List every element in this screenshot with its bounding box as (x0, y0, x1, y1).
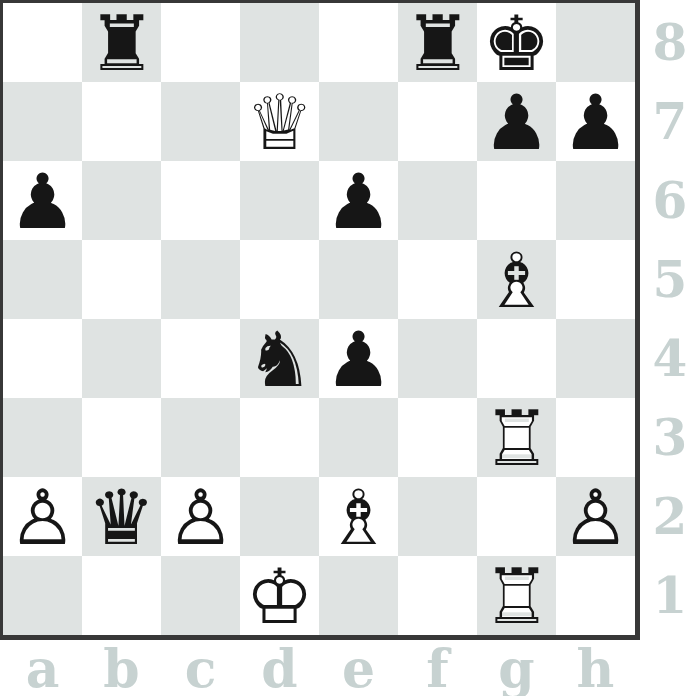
rank-label-4: 4 (640, 319, 700, 398)
square-b5 (82, 240, 161, 319)
square-f4 (398, 319, 477, 398)
square-d5 (240, 240, 319, 319)
square-a7 (3, 82, 82, 161)
square-g6 (477, 161, 556, 240)
square-h2: ♟♙ (556, 477, 635, 556)
white-rook-g1: ♜♖ (477, 557, 556, 635)
square-c4 (161, 319, 240, 398)
square-c5 (161, 240, 240, 319)
square-c6 (161, 161, 240, 240)
square-d6 (240, 161, 319, 240)
white-bishop-e2: ♝♗ (319, 478, 398, 556)
chess-board: ♜♜♚♛♕♟♟♟♟♝♗♞♟♜♖♟♙♛♟♙♝♗♟♙♚♔♜♖ (0, 0, 640, 640)
square-e8 (319, 3, 398, 82)
rank-label-2: 2 (640, 477, 700, 556)
black-pawn-e6: ♟ (319, 162, 398, 240)
square-d7: ♛♕ (240, 82, 319, 161)
rank-label-7: 7 (640, 82, 700, 161)
square-f6 (398, 161, 477, 240)
square-f8: ♜ (398, 3, 477, 82)
square-a1 (3, 556, 82, 635)
square-b4 (82, 319, 161, 398)
square-e4: ♟ (319, 319, 398, 398)
square-b1 (82, 556, 161, 635)
square-b7 (82, 82, 161, 161)
square-a5 (3, 240, 82, 319)
square-a8 (3, 3, 82, 82)
square-b8: ♜ (82, 3, 161, 82)
white-rook-g3: ♜♖ (477, 399, 556, 477)
black-pawn-a6: ♟ (3, 162, 82, 240)
square-g3: ♜♖ (477, 398, 556, 477)
square-e6: ♟ (319, 161, 398, 240)
square-c3 (161, 398, 240, 477)
white-pawn-c2: ♟♙ (161, 478, 240, 556)
square-e7 (319, 82, 398, 161)
rank-label-5: 5 (640, 240, 700, 319)
square-g5: ♝♗ (477, 240, 556, 319)
square-h1 (556, 556, 635, 635)
square-h5 (556, 240, 635, 319)
file-label-e: e (319, 640, 398, 696)
square-g4 (477, 319, 556, 398)
rank-label-6: 6 (640, 161, 700, 240)
square-h8 (556, 3, 635, 82)
black-queen-b2: ♛ (82, 478, 161, 556)
file-label-g: g (477, 640, 556, 696)
square-c8 (161, 3, 240, 82)
file-label-c: c (161, 640, 240, 696)
square-d3 (240, 398, 319, 477)
square-a3 (3, 398, 82, 477)
white-pawn-h2: ♟♙ (556, 478, 635, 556)
square-e5 (319, 240, 398, 319)
black-pawn-g7: ♟ (477, 83, 556, 161)
square-g7: ♟ (477, 82, 556, 161)
square-c2: ♟♙ (161, 477, 240, 556)
chess-diagram: ♜♜♚♛♕♟♟♟♟♝♗♞♟♜♖♟♙♛♟♙♝♗♟♙♚♔♜♖ 87654321 ab… (0, 0, 700, 696)
square-b6 (82, 161, 161, 240)
file-label-b: b (82, 640, 161, 696)
black-pawn-e4: ♟ (319, 320, 398, 398)
white-bishop-g5: ♝♗ (477, 241, 556, 319)
square-a4 (3, 319, 82, 398)
square-g8: ♚ (477, 3, 556, 82)
square-f1 (398, 556, 477, 635)
square-e3 (319, 398, 398, 477)
square-f3 (398, 398, 477, 477)
white-king-d1: ♚♔ (240, 557, 319, 635)
black-rook-f8: ♜ (398, 4, 477, 82)
square-e1 (319, 556, 398, 635)
file-label-h: h (556, 640, 635, 696)
file-label-a: a (3, 640, 82, 696)
rank-label-1: 1 (640, 556, 700, 635)
square-c7 (161, 82, 240, 161)
square-a2: ♟♙ (3, 477, 82, 556)
square-d2 (240, 477, 319, 556)
black-knight-d4: ♞ (240, 320, 319, 398)
square-d4: ♞ (240, 319, 319, 398)
file-label-d: d (240, 640, 319, 696)
rank-label-3: 3 (640, 398, 700, 477)
square-g1: ♜♖ (477, 556, 556, 635)
square-c1 (161, 556, 240, 635)
square-h4 (556, 319, 635, 398)
black-king-g8: ♚ (477, 4, 556, 82)
square-e2: ♝♗ (319, 477, 398, 556)
square-h3 (556, 398, 635, 477)
black-pawn-h7: ♟ (556, 83, 635, 161)
black-rook-b8: ♜ (82, 4, 161, 82)
square-a6: ♟ (3, 161, 82, 240)
square-f7 (398, 82, 477, 161)
white-pawn-a2: ♟♙ (3, 478, 82, 556)
square-b3 (82, 398, 161, 477)
rank-label-8: 8 (640, 3, 700, 82)
square-d8 (240, 3, 319, 82)
white-queen-d7: ♛♕ (240, 83, 319, 161)
square-f2 (398, 477, 477, 556)
square-f5 (398, 240, 477, 319)
rank-labels: 87654321 (640, 3, 700, 635)
square-h6 (556, 161, 635, 240)
square-g2 (477, 477, 556, 556)
square-d1: ♚♔ (240, 556, 319, 635)
square-h7: ♟ (556, 82, 635, 161)
file-labels: abcdefgh (3, 640, 635, 696)
square-b2: ♛ (82, 477, 161, 556)
file-label-f: f (398, 640, 477, 696)
